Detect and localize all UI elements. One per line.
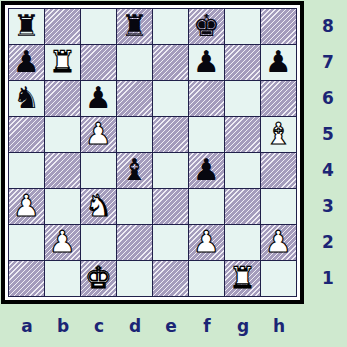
file-label-d: d [117, 318, 153, 335]
square-d7[interactable] [117, 45, 152, 80]
square-h6[interactable] [261, 81, 296, 116]
file-label-h: h [261, 318, 297, 335]
rank-label-1: 1 [311, 270, 345, 287]
square-b3[interactable] [45, 189, 80, 224]
board-grid: ♜♜♚♟♜♟♟♞♟♟♝♝♟♟♞♟♟♟♚♜ [8, 8, 297, 297]
square-c4[interactable] [81, 153, 116, 188]
square-h4[interactable] [261, 153, 296, 188]
square-d8[interactable]: ♜ [117, 9, 152, 44]
square-c6[interactable]: ♟ [81, 81, 116, 116]
piece-white-rook: ♜ [49, 45, 76, 79]
square-g4[interactable] [225, 153, 260, 188]
square-f8[interactable]: ♚ [189, 9, 224, 44]
piece-white-pawn: ♟ [85, 117, 112, 151]
file-label-g: g [225, 318, 261, 335]
square-c8[interactable] [81, 9, 116, 44]
square-e7[interactable] [153, 45, 188, 80]
chess-board: ♜♜♚♟♜♟♟♞♟♟♝♝♟♟♞♟♟♟♚♜ [1, 1, 304, 304]
square-h8[interactable] [261, 9, 296, 44]
square-b8[interactable] [45, 9, 80, 44]
piece-black-pawn: ♟ [85, 81, 112, 115]
square-f4[interactable]: ♟ [189, 153, 224, 188]
piece-black-pawn: ♟ [265, 45, 292, 79]
square-a1[interactable] [9, 261, 44, 296]
square-c5[interactable]: ♟ [81, 117, 116, 152]
piece-white-pawn: ♟ [13, 189, 40, 223]
square-a6[interactable]: ♞ [9, 81, 44, 116]
square-c7[interactable] [81, 45, 116, 80]
square-g7[interactable] [225, 45, 260, 80]
square-a5[interactable] [9, 117, 44, 152]
square-e2[interactable] [153, 225, 188, 260]
square-g8[interactable] [225, 9, 260, 44]
square-d2[interactable] [117, 225, 152, 260]
square-h5[interactable]: ♝ [261, 117, 296, 152]
piece-white-pawn: ♟ [49, 225, 76, 259]
square-g6[interactable] [225, 81, 260, 116]
file-label-a: a [9, 318, 45, 335]
file-label-c: c [81, 318, 117, 335]
piece-white-king: ♚ [85, 261, 112, 295]
square-e3[interactable] [153, 189, 188, 224]
square-f2[interactable]: ♟ [189, 225, 224, 260]
square-b5[interactable] [45, 117, 80, 152]
rank-label-5: 5 [311, 126, 345, 143]
piece-black-rook: ♜ [121, 9, 148, 43]
square-b1[interactable] [45, 261, 80, 296]
square-h7[interactable]: ♟ [261, 45, 296, 80]
square-d6[interactable] [117, 81, 152, 116]
square-a7[interactable]: ♟ [9, 45, 44, 80]
square-f6[interactable] [189, 81, 224, 116]
square-e1[interactable] [153, 261, 188, 296]
square-f7[interactable]: ♟ [189, 45, 224, 80]
rank-label-2: 2 [311, 234, 345, 251]
square-f3[interactable] [189, 189, 224, 224]
square-c1[interactable]: ♚ [81, 261, 116, 296]
square-g3[interactable] [225, 189, 260, 224]
square-d4[interactable]: ♝ [117, 153, 152, 188]
piece-black-knight: ♞ [13, 81, 40, 115]
file-label-e: e [153, 318, 189, 335]
square-c2[interactable] [81, 225, 116, 260]
square-b6[interactable] [45, 81, 80, 116]
rank-label-4: 4 [311, 162, 345, 179]
rank-label-7: 7 [311, 54, 345, 71]
square-e8[interactable] [153, 9, 188, 44]
square-b7[interactable]: ♜ [45, 45, 80, 80]
square-a2[interactable] [9, 225, 44, 260]
file-label-b: b [45, 318, 81, 335]
piece-black-bishop: ♝ [121, 153, 148, 187]
square-f5[interactable] [189, 117, 224, 152]
piece-black-pawn: ♟ [193, 153, 220, 187]
square-h2[interactable]: ♟ [261, 225, 296, 260]
square-h1[interactable] [261, 261, 296, 296]
piece-white-rook: ♜ [229, 261, 256, 295]
square-h3[interactable] [261, 189, 296, 224]
square-c3[interactable]: ♞ [81, 189, 116, 224]
rank-label-3: 3 [311, 198, 345, 215]
piece-white-pawn: ♟ [193, 225, 220, 259]
piece-white-knight: ♞ [85, 189, 112, 223]
square-g1[interactable]: ♜ [225, 261, 260, 296]
square-b2[interactable]: ♟ [45, 225, 80, 260]
chess-diagram: ♜♜♚♟♜♟♟♞♟♟♝♝♟♟♞♟♟♟♚♜ abcdefgh 87654321 [0, 0, 347, 347]
rank-label-6: 6 [311, 90, 345, 107]
square-d1[interactable] [117, 261, 152, 296]
square-a8[interactable]: ♜ [9, 9, 44, 44]
piece-black-pawn: ♟ [13, 45, 40, 79]
piece-black-king: ♚ [193, 9, 220, 43]
piece-white-bishop: ♝ [265, 117, 292, 151]
square-d5[interactable] [117, 117, 152, 152]
square-e5[interactable] [153, 117, 188, 152]
square-d3[interactable] [117, 189, 152, 224]
rank-label-8: 8 [311, 18, 345, 35]
square-e4[interactable] [153, 153, 188, 188]
piece-black-rook: ♜ [13, 9, 40, 43]
square-g2[interactable] [225, 225, 260, 260]
square-g5[interactable] [225, 117, 260, 152]
file-label-f: f [189, 318, 225, 335]
piece-black-pawn: ♟ [193, 45, 220, 79]
piece-white-pawn: ♟ [265, 225, 292, 259]
square-f1[interactable] [189, 261, 224, 296]
square-a4[interactable] [9, 153, 44, 188]
square-b4[interactable] [45, 153, 80, 188]
square-a3[interactable]: ♟ [9, 189, 44, 224]
square-e6[interactable] [153, 81, 188, 116]
